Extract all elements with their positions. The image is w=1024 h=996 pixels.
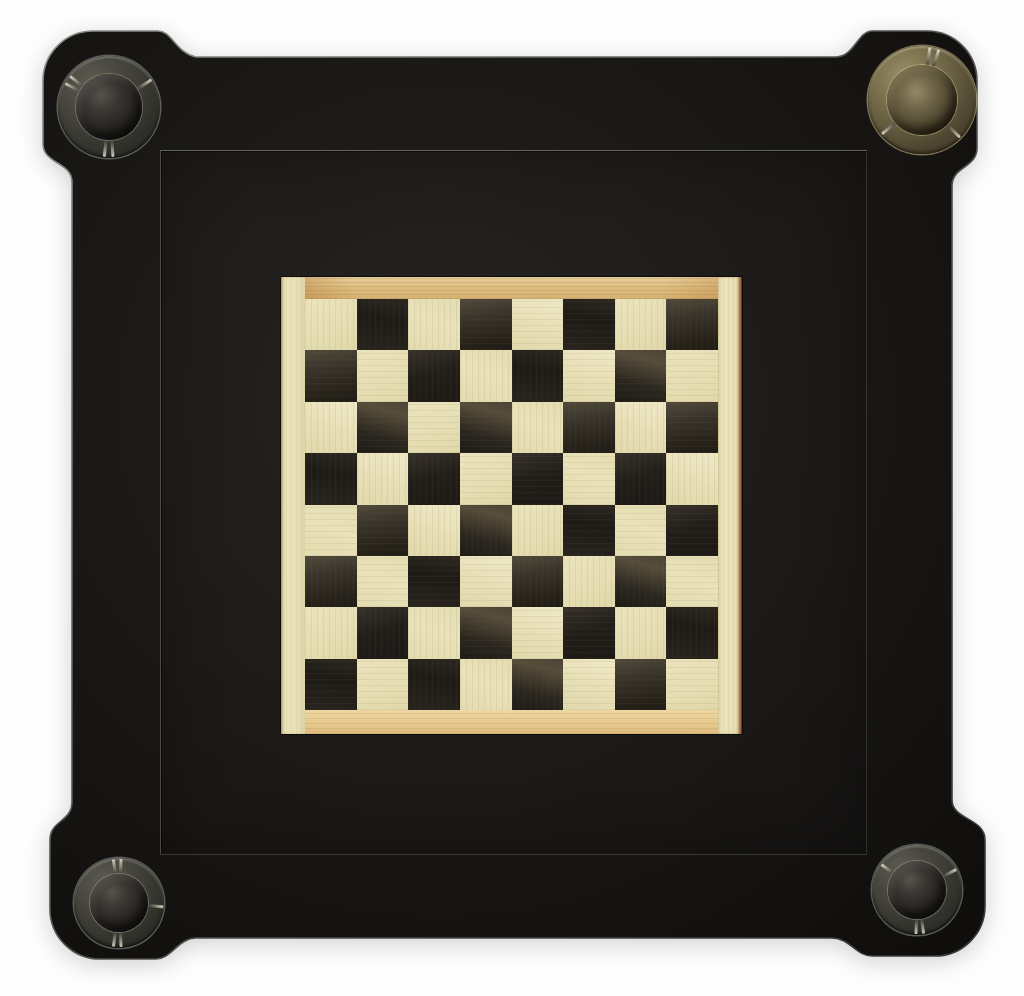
cup-recess-dome bbox=[76, 74, 141, 139]
cup-recess-dome bbox=[888, 861, 946, 919]
board-cell[interactable] bbox=[563, 350, 615, 401]
board-cell[interactable] bbox=[512, 350, 564, 401]
cup-rim-slot bbox=[880, 121, 896, 135]
board-cell[interactable] bbox=[305, 402, 357, 453]
board-cell[interactable] bbox=[615, 453, 667, 504]
cup-rim-slot bbox=[946, 124, 961, 139]
board-cell[interactable] bbox=[563, 402, 615, 453]
board-cell[interactable] bbox=[615, 556, 667, 607]
board-cell[interactable] bbox=[615, 607, 667, 658]
cup-rim-slot bbox=[119, 859, 123, 874]
board-cell[interactable] bbox=[512, 607, 564, 658]
board-cell[interactable] bbox=[563, 556, 615, 607]
board-cell[interactable] bbox=[305, 556, 357, 607]
board-cell[interactable] bbox=[615, 299, 667, 350]
board-cell[interactable] bbox=[666, 402, 718, 453]
board-cell[interactable] bbox=[408, 299, 460, 350]
board-cell[interactable] bbox=[408, 607, 460, 658]
board-cell[interactable] bbox=[460, 556, 512, 607]
board-cell[interactable] bbox=[666, 453, 718, 504]
cup-holder-top-right bbox=[868, 46, 976, 154]
cup-rim-slot bbox=[148, 904, 163, 908]
board-cell[interactable] bbox=[563, 659, 615, 710]
board-cell[interactable] bbox=[460, 607, 512, 658]
board-cell[interactable] bbox=[615, 350, 667, 401]
board-cell[interactable] bbox=[460, 350, 512, 401]
board-frame-bottom-rail bbox=[305, 710, 718, 734]
cup-rim-slot bbox=[942, 868, 957, 878]
cup-rim-slot bbox=[110, 140, 114, 157]
board-cell[interactable] bbox=[408, 402, 460, 453]
board-cell[interactable] bbox=[666, 607, 718, 658]
board-cell[interactable] bbox=[460, 453, 512, 504]
board-cell[interactable] bbox=[512, 556, 564, 607]
game-table-photo bbox=[0, 0, 1024, 996]
board-frame-right-rail bbox=[718, 277, 742, 734]
cup-rim-slot bbox=[102, 140, 107, 157]
board-cell[interactable] bbox=[512, 659, 564, 710]
board-cell[interactable] bbox=[563, 607, 615, 658]
board-cell[interactable] bbox=[305, 350, 357, 401]
cup-rim-slot bbox=[136, 79, 152, 91]
board-cell[interactable] bbox=[512, 453, 564, 504]
board-cell[interactable] bbox=[408, 453, 460, 504]
board-cell[interactable] bbox=[460, 299, 512, 350]
board-cell[interactable] bbox=[357, 350, 409, 401]
board-cell[interactable] bbox=[512, 299, 564, 350]
board-cell[interactable] bbox=[666, 556, 718, 607]
board-cell[interactable] bbox=[408, 505, 460, 556]
board-cell[interactable] bbox=[666, 299, 718, 350]
board-cell[interactable] bbox=[615, 505, 667, 556]
cup-rim-slot bbox=[119, 932, 123, 947]
board-cell[interactable] bbox=[666, 659, 718, 710]
board-cell[interactable] bbox=[357, 505, 409, 556]
board-cell[interactable] bbox=[305, 299, 357, 350]
board-cell[interactable] bbox=[460, 659, 512, 710]
board-cell[interactable] bbox=[357, 453, 409, 504]
board-cell[interactable] bbox=[666, 350, 718, 401]
cup-rim-slot bbox=[920, 919, 925, 934]
cup-holder-bottom-left bbox=[74, 858, 164, 948]
board-cell[interactable] bbox=[408, 659, 460, 710]
board-cell[interactable] bbox=[460, 402, 512, 453]
cup-holder-bottom-right bbox=[872, 845, 962, 935]
board-grid bbox=[305, 299, 718, 710]
board-cell[interactable] bbox=[357, 402, 409, 453]
board-cell[interactable] bbox=[460, 505, 512, 556]
board-cell[interactable] bbox=[615, 402, 667, 453]
board-cell[interactable] bbox=[305, 659, 357, 710]
cup-rim-slot bbox=[914, 919, 918, 934]
cup-rim-slot bbox=[931, 49, 939, 67]
cup-recess-dome bbox=[887, 65, 956, 134]
board-frame-top-rail bbox=[305, 277, 718, 299]
board-cell[interactable] bbox=[666, 505, 718, 556]
board-cell[interactable] bbox=[563, 505, 615, 556]
board-cell[interactable] bbox=[512, 505, 564, 556]
checkerboard bbox=[281, 277, 742, 734]
cup-rim-slot bbox=[111, 859, 116, 874]
board-cell[interactable] bbox=[408, 350, 460, 401]
cup-rim-slot bbox=[111, 932, 116, 947]
board-cell[interactable] bbox=[563, 453, 615, 504]
board-frame-left-rail bbox=[281, 277, 305, 734]
board-cell[interactable] bbox=[305, 607, 357, 658]
board-cell[interactable] bbox=[305, 505, 357, 556]
board-cell[interactable] bbox=[357, 659, 409, 710]
board-cell[interactable] bbox=[357, 556, 409, 607]
cup-holder-top-left bbox=[58, 56, 160, 158]
board-cell[interactable] bbox=[512, 402, 564, 453]
board-cell[interactable] bbox=[563, 299, 615, 350]
board-cell[interactable] bbox=[357, 299, 409, 350]
cup-rim-slot bbox=[925, 47, 930, 65]
board-cell[interactable] bbox=[305, 453, 357, 504]
board-cell[interactable] bbox=[357, 607, 409, 658]
cup-recess-dome bbox=[90, 874, 148, 932]
board-cell[interactable] bbox=[615, 659, 667, 710]
board-cell[interactable] bbox=[408, 556, 460, 607]
